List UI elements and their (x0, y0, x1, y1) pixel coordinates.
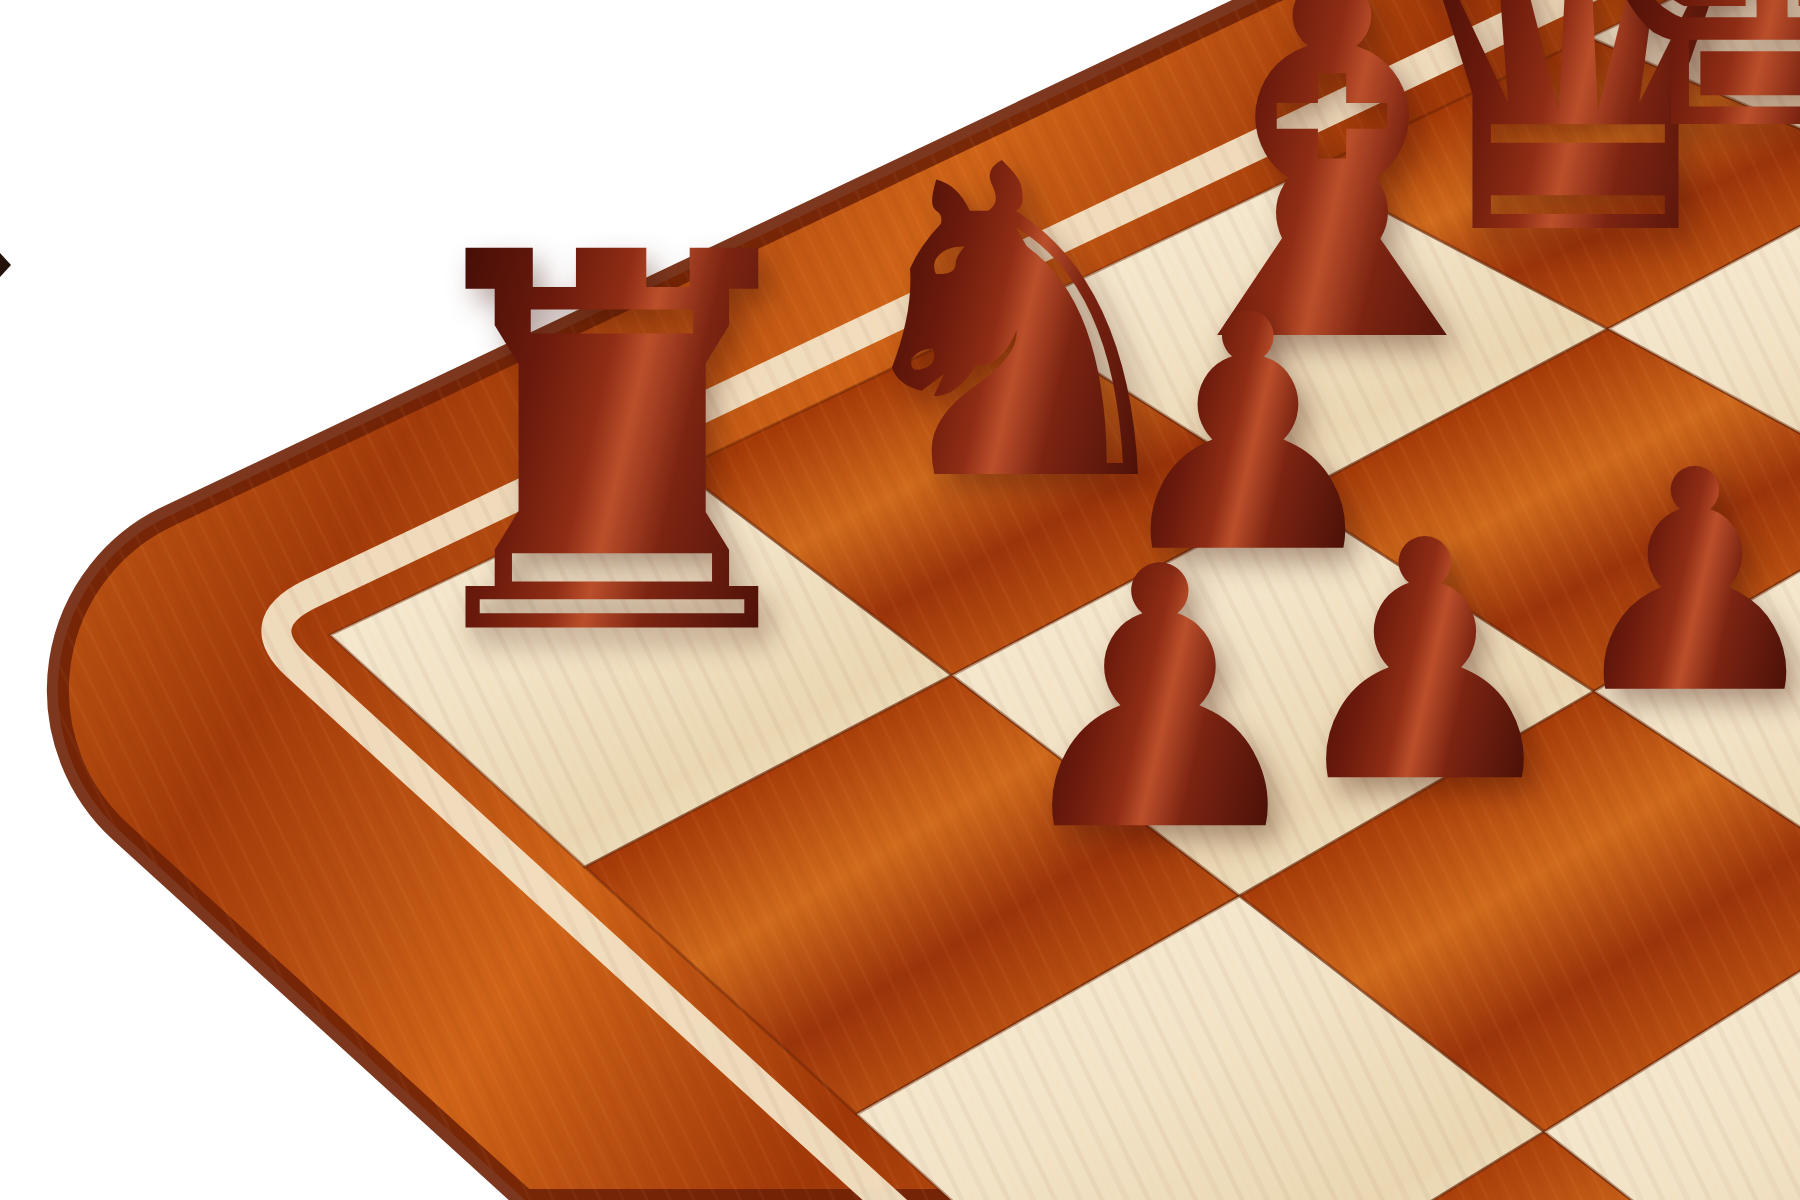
red-king-e8[interactable]: ♚ (1570, 0, 1800, 193)
red-pawn-d7[interactable]: ♟ (1277, 498, 1573, 828)
photo-stage: ♜♞♝♛♚♟♟♟♟ (0, 0, 1800, 1200)
red-rook-a8[interactable]: ♜ (379, 187, 845, 707)
edge-artifact (0, 253, 11, 277)
red-pawn-e7[interactable]: ♟ (1558, 431, 1800, 736)
